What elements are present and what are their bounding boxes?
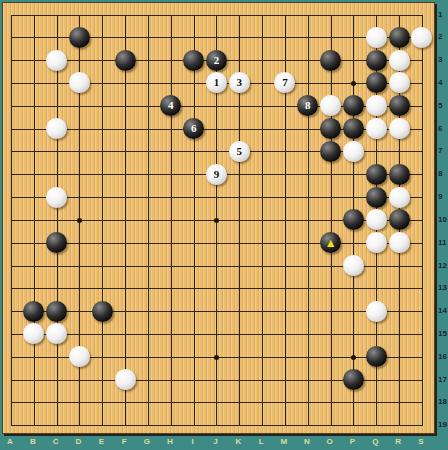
stone-black-C14[interactable] — [46, 301, 67, 322]
stone-white-O5[interactable] — [320, 95, 341, 116]
column-label-A: A — [7, 437, 13, 446]
stone-white-R3[interactable] — [389, 50, 410, 71]
grid-line-horizontal — [11, 334, 423, 335]
move-number: 2 — [214, 55, 220, 66]
move-number: 3 — [237, 77, 243, 88]
stone-white-C9[interactable] — [46, 187, 67, 208]
stone-black-P5[interactable] — [343, 95, 364, 116]
stone-black-D2[interactable] — [69, 27, 90, 48]
stone-black-R10[interactable] — [389, 209, 410, 230]
grid-line-horizontal — [11, 288, 423, 289]
star-point-P16 — [351, 355, 356, 360]
star-point-J10 — [214, 218, 219, 223]
column-label-G: G — [144, 437, 150, 446]
move-number: 6 — [191, 123, 197, 134]
column-label-K: K — [235, 437, 241, 446]
row-label-7: 7 — [438, 146, 442, 155]
row-label-17: 17 — [438, 374, 447, 383]
stone-white-Q10[interactable] — [366, 209, 387, 230]
grid-line-vertical — [422, 15, 423, 427]
stone-white-D16[interactable] — [69, 346, 90, 367]
row-label-13: 13 — [438, 283, 447, 292]
row-label-18: 18 — [438, 397, 447, 406]
row-label-2: 2 — [438, 32, 442, 41]
column-label-S: S — [418, 437, 423, 446]
column-label-E: E — [99, 437, 104, 446]
row-label-8: 8 — [438, 169, 442, 178]
stone-white-M4[interactable]: 7 — [274, 72, 295, 93]
row-label-12: 12 — [438, 260, 447, 269]
stone-white-Q5[interactable] — [366, 95, 387, 116]
stone-black-B14[interactable] — [23, 301, 44, 322]
move-number: 7 — [282, 77, 288, 88]
move-number: 5 — [237, 146, 243, 157]
stone-black-I6[interactable]: 6 — [183, 118, 204, 139]
stone-black-Q8[interactable] — [366, 164, 387, 185]
grid-line-vertical — [308, 15, 309, 427]
column-label-N: N — [304, 437, 310, 446]
column-label-I: I — [192, 437, 194, 446]
row-label-9: 9 — [438, 192, 442, 201]
stone-black-F3[interactable] — [115, 50, 136, 71]
row-label-6: 6 — [438, 123, 442, 132]
stone-black-R2[interactable] — [389, 27, 410, 48]
row-label-16: 16 — [438, 351, 447, 360]
column-label-C: C — [53, 437, 59, 446]
stone-black-O6[interactable] — [320, 118, 341, 139]
stone-black-O7[interactable] — [320, 141, 341, 162]
stone-white-C15[interactable] — [46, 323, 67, 344]
grid-line-vertical — [331, 15, 332, 427]
stone-white-J8[interactable]: 9 — [206, 164, 227, 185]
row-label-1: 1 — [438, 9, 442, 18]
stone-white-B15[interactable] — [23, 323, 44, 344]
stone-white-F17[interactable] — [115, 369, 136, 390]
stone-white-R6[interactable] — [389, 118, 410, 139]
move-number: 9 — [214, 169, 220, 180]
stone-black-R5[interactable] — [389, 95, 410, 116]
row-label-19: 19 — [438, 420, 447, 429]
stone-black-O11[interactable]: ▲ — [320, 232, 341, 253]
stone-black-Q16[interactable] — [366, 346, 387, 367]
stone-black-Q4[interactable] — [366, 72, 387, 93]
stone-white-C3[interactable] — [46, 50, 67, 71]
stone-white-K7[interactable]: 5 — [229, 141, 250, 162]
grid-line-vertical — [262, 15, 263, 427]
stone-black-P6[interactable] — [343, 118, 364, 139]
stone-white-D4[interactable] — [69, 72, 90, 93]
stone-white-R11[interactable] — [389, 232, 410, 253]
column-label-J: J — [213, 437, 217, 446]
column-label-F: F — [122, 437, 127, 446]
row-label-3: 3 — [438, 55, 442, 64]
stone-white-C6[interactable] — [46, 118, 67, 139]
column-label-B: B — [30, 437, 36, 446]
grid-line-horizontal — [11, 402, 423, 403]
go-board[interactable]: 213748659▲ — [2, 2, 435, 434]
stone-white-Q2[interactable] — [366, 27, 387, 48]
column-label-H: H — [167, 437, 173, 446]
triangle-marker-icon: ▲ — [325, 236, 337, 248]
stone-black-I3[interactable] — [183, 50, 204, 71]
star-point-P4 — [351, 81, 356, 86]
stone-white-Q11[interactable] — [366, 232, 387, 253]
go-app-screen: 213748659▲ ABCDEFGHIJKLMNOPQRS1234567891… — [0, 0, 448, 450]
stone-white-Q14[interactable] — [366, 301, 387, 322]
column-label-M: M — [281, 437, 288, 446]
grid-line-horizontal — [11, 243, 423, 244]
grid-line-horizontal — [11, 311, 423, 312]
stone-black-O3[interactable] — [320, 50, 341, 71]
column-label-R: R — [395, 437, 401, 446]
column-label-P: P — [350, 437, 355, 446]
stone-white-S2[interactable] — [411, 27, 432, 48]
row-label-5: 5 — [438, 100, 442, 109]
stone-black-Q9[interactable] — [366, 187, 387, 208]
grid-line-horizontal — [11, 425, 423, 426]
column-label-L: L — [259, 437, 264, 446]
stone-black-E14[interactable] — [92, 301, 113, 322]
stone-black-P10[interactable] — [343, 209, 364, 230]
stone-white-J4[interactable]: 1 — [206, 72, 227, 93]
column-label-D: D — [76, 437, 82, 446]
stone-black-C11[interactable] — [46, 232, 67, 253]
stone-black-Q3[interactable] — [366, 50, 387, 71]
row-label-4: 4 — [438, 77, 442, 86]
stone-black-N5[interactable]: 8 — [297, 95, 318, 116]
stone-white-R4[interactable] — [389, 72, 410, 93]
stone-white-P7[interactable] — [343, 141, 364, 162]
stone-black-R8[interactable] — [389, 164, 410, 185]
column-label-Q: Q — [372, 437, 378, 446]
move-number: 4 — [168, 100, 174, 111]
star-point-D10 — [77, 218, 82, 223]
stone-black-P17[interactable] — [343, 369, 364, 390]
row-label-11: 11 — [438, 237, 446, 246]
row-label-10: 10 — [438, 214, 447, 223]
stone-white-P12[interactable] — [343, 255, 364, 276]
stone-black-H5[interactable]: 4 — [160, 95, 181, 116]
star-point-J16 — [214, 355, 219, 360]
move-number: 8 — [305, 100, 311, 111]
row-label-15: 15 — [438, 328, 447, 337]
stone-white-K4[interactable]: 3 — [229, 72, 250, 93]
column-label-O: O — [326, 437, 332, 446]
stone-white-R9[interactable] — [389, 187, 410, 208]
stone-black-J3[interactable]: 2 — [206, 50, 227, 71]
row-label-14: 14 — [438, 306, 447, 315]
stone-white-Q6[interactable] — [366, 118, 387, 139]
move-number: 1 — [214, 77, 220, 88]
